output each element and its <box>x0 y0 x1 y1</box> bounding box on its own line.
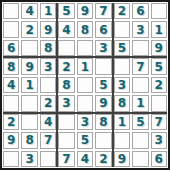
box-divider-horizontal-1 <box>3 56 167 58</box>
cell-r6-c1[interactable] <box>3 95 19 111</box>
cell-r4-c1: 8 <box>3 58 19 74</box>
cell-r8-c3: 7 <box>40 132 56 148</box>
cell-r2-c2: 2 <box>21 21 37 37</box>
cell-r2-c5: 8 <box>77 21 93 37</box>
cell-r2-c3: 9 <box>40 21 56 37</box>
cell-r7-c9: 7 <box>151 114 167 130</box>
cell-r1-c7: 2 <box>114 3 130 19</box>
cell-r4-c5: 1 <box>77 58 93 74</box>
cell-r7-c8: 5 <box>132 114 148 130</box>
box-divider-horizontal-2 <box>3 112 167 114</box>
cell-r7-c2[interactable] <box>21 114 37 130</box>
box-divider-vertical-2 <box>112 3 114 167</box>
cell-r5-c9: 2 <box>151 77 167 93</box>
cell-r3-c4[interactable] <box>58 40 74 56</box>
cell-r3-c2[interactable] <box>21 40 37 56</box>
sudoku-board-inner: 4159726294863168359893217541853223981243… <box>3 3 167 167</box>
cell-r8-c5: 5 <box>77 132 93 148</box>
cell-r3-c9: 9 <box>151 40 167 56</box>
cell-r8-c4[interactable] <box>58 132 74 148</box>
cell-r1-c1[interactable] <box>3 3 19 19</box>
cell-r8-c2: 8 <box>21 132 37 148</box>
cell-r6-c7: 8 <box>114 95 130 111</box>
sudoku-board: 4159726294863168359893217541853223981243… <box>0 0 170 170</box>
cell-r3-c3: 8 <box>40 40 56 56</box>
cell-r7-c1: 2 <box>3 114 19 130</box>
cell-r6-c5[interactable] <box>77 95 93 111</box>
cell-r4-c8: 7 <box>132 58 148 74</box>
cell-r8-c7[interactable] <box>114 132 130 148</box>
cell-r7-c6: 8 <box>95 114 111 130</box>
cell-r6-c4: 3 <box>58 95 74 111</box>
cell-r4-c2: 9 <box>21 58 37 74</box>
cell-r2-c7[interactable] <box>114 21 130 37</box>
box-divider-vertical-1 <box>56 3 58 167</box>
cell-r1-c5: 9 <box>77 3 93 19</box>
cell-r9-c2: 3 <box>21 151 37 167</box>
cell-r1-c4: 5 <box>58 3 74 19</box>
cell-r5-c5[interactable] <box>77 77 93 93</box>
cell-r5-c6: 5 <box>95 77 111 93</box>
cell-r9-c8[interactable] <box>132 151 148 167</box>
sudoku-grid: 4159726294863168359893217541853223981243… <box>3 3 167 167</box>
cell-r9-c1[interactable] <box>3 151 19 167</box>
cell-r4-c6[interactable] <box>95 58 111 74</box>
cell-r5-c8[interactable] <box>132 77 148 93</box>
cell-r6-c8: 1 <box>132 95 148 111</box>
cell-r8-c6[interactable] <box>95 132 111 148</box>
cell-r1-c2: 4 <box>21 3 37 19</box>
cell-r2-c4: 4 <box>58 21 74 37</box>
cell-r2-c1[interactable] <box>3 21 19 37</box>
cell-r4-c4: 2 <box>58 58 74 74</box>
cell-r7-c3: 4 <box>40 114 56 130</box>
cell-r9-c4: 7 <box>58 151 74 167</box>
cell-r6-c3: 2 <box>40 95 56 111</box>
cell-r2-c8: 3 <box>132 21 148 37</box>
cell-r3-c7: 5 <box>114 40 130 56</box>
cell-r6-c2[interactable] <box>21 95 37 111</box>
cell-r3-c1: 6 <box>3 40 19 56</box>
cell-r5-c1: 4 <box>3 77 19 93</box>
cell-r4-c9: 5 <box>151 58 167 74</box>
cell-r2-c6: 6 <box>95 21 111 37</box>
cell-r9-c6: 2 <box>95 151 111 167</box>
cell-r6-c6: 9 <box>95 95 111 111</box>
cell-r8-c1: 9 <box>3 132 19 148</box>
cell-r7-c4[interactable] <box>58 114 74 130</box>
cell-r4-c7[interactable] <box>114 58 130 74</box>
cell-r9-c7: 9 <box>114 151 130 167</box>
cell-r1-c9[interactable] <box>151 3 167 19</box>
cell-r1-c8: 6 <box>132 3 148 19</box>
cell-r9-c3[interactable] <box>40 151 56 167</box>
cell-r9-c9: 6 <box>151 151 167 167</box>
cell-r4-c3: 3 <box>40 58 56 74</box>
cell-r1-c3: 1 <box>40 3 56 19</box>
cell-r3-c8[interactable] <box>132 40 148 56</box>
cell-r8-c8[interactable] <box>132 132 148 148</box>
cell-r7-c7: 1 <box>114 114 130 130</box>
cell-r2-c9: 1 <box>151 21 167 37</box>
cell-r5-c4: 8 <box>58 77 74 93</box>
cell-r1-c6: 7 <box>95 3 111 19</box>
cell-r8-c9: 3 <box>151 132 167 148</box>
cell-r3-c6: 3 <box>95 40 111 56</box>
cell-r6-c9[interactable] <box>151 95 167 111</box>
cell-r5-c7: 3 <box>114 77 130 93</box>
cell-r5-c2: 1 <box>21 77 37 93</box>
cell-r3-c5[interactable] <box>77 40 93 56</box>
cell-r9-c5: 4 <box>77 151 93 167</box>
cell-r5-c3[interactable] <box>40 77 56 93</box>
cell-r7-c5: 3 <box>77 114 93 130</box>
